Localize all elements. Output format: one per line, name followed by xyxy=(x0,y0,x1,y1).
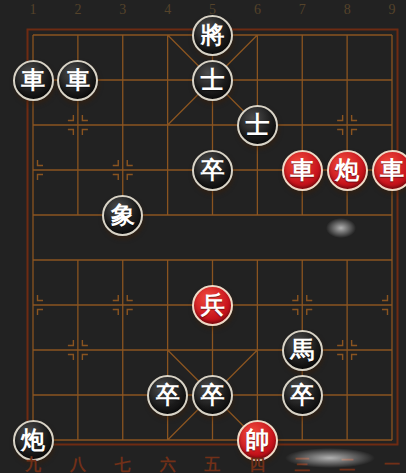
piece-glyph: 士 xyxy=(201,64,225,96)
piece-glyph: 炮 xyxy=(21,424,45,456)
piece-glyph: 馬 xyxy=(290,334,314,366)
file-label-bottom-6: 四 xyxy=(249,455,265,473)
piece-black-elephant[interactable]: 象 xyxy=(102,195,143,236)
file-label-top-2: 2 xyxy=(74,2,81,18)
piece-red-cannon[interactable]: 炮 xyxy=(327,150,368,191)
xiangqi-board[interactable]: 123456789 將車車士士卒車炮車象兵馬卒卒卒炮帥 九八七六五四三二一 xyxy=(0,0,406,473)
piece-black-soldier[interactable]: 卒 xyxy=(192,375,233,416)
piece-glyph: 士 xyxy=(245,109,269,141)
piece-black-general[interactable]: 將 xyxy=(192,15,233,56)
piece-glyph: 車 xyxy=(290,154,314,186)
file-label-bottom-1: 九 xyxy=(25,455,41,473)
file-label-top-3: 3 xyxy=(119,2,126,18)
file-label-top-6: 6 xyxy=(254,2,261,18)
file-label-bottom-7: 三 xyxy=(294,455,310,473)
piece-glyph: 象 xyxy=(111,199,135,231)
file-label-top-8: 8 xyxy=(344,2,351,18)
piece-glyph: 車 xyxy=(66,64,90,96)
piece-glyph: 卒 xyxy=(156,379,180,411)
piece-black-chariot[interactable]: 車 xyxy=(57,60,98,101)
file-label-top-1: 1 xyxy=(30,2,37,18)
piece-glyph: 炮 xyxy=(335,154,359,186)
file-label-top-9: 9 xyxy=(389,2,396,18)
file-label-bottom-3: 七 xyxy=(115,455,131,473)
file-label-bottom-8: 二 xyxy=(339,455,355,473)
file-label-bottom-4: 六 xyxy=(160,455,176,473)
piece-red-chariot[interactable]: 車 xyxy=(282,150,323,191)
piece-glyph: 兵 xyxy=(201,289,225,321)
piece-black-horse[interactable]: 馬 xyxy=(282,330,323,371)
piece-glyph: 卒 xyxy=(201,154,225,186)
piece-black-advisor[interactable]: 士 xyxy=(237,105,278,146)
piece-black-advisor[interactable]: 士 xyxy=(192,60,233,101)
file-label-bottom-5: 五 xyxy=(205,455,221,473)
piece-black-soldier[interactable]: 卒 xyxy=(147,375,188,416)
piece-red-soldier[interactable]: 兵 xyxy=(192,285,233,326)
piece-black-soldier[interactable]: 卒 xyxy=(192,150,233,191)
file-label-top-7: 7 xyxy=(299,2,306,18)
piece-glyph: 卒 xyxy=(290,379,314,411)
file-label-bottom-2: 八 xyxy=(70,455,86,473)
piece-glyph: 卒 xyxy=(201,379,225,411)
piece-black-soldier[interactable]: 卒 xyxy=(282,375,323,416)
piece-black-chariot[interactable]: 車 xyxy=(13,60,54,101)
piece-glyph: 車 xyxy=(21,64,45,96)
piece-glyph: 將 xyxy=(201,19,225,51)
piece-glyph: 車 xyxy=(380,154,404,186)
file-label-top-4: 4 xyxy=(164,2,171,18)
piece-red-chariot[interactable]: 車 xyxy=(372,150,406,191)
piece-glyph: 帥 xyxy=(245,424,269,456)
file-label-bottom-9: 一 xyxy=(384,455,400,473)
